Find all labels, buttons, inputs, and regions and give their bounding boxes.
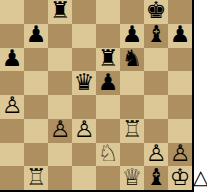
black-rook: ♜ xyxy=(98,48,119,70)
square-d6[interactable] xyxy=(72,48,96,72)
square-c1[interactable] xyxy=(48,166,72,190)
white-to-move-indicator: △ xyxy=(193,165,207,189)
square-d3[interactable]: ♙ xyxy=(72,119,96,143)
square-e4[interactable] xyxy=(96,95,120,119)
black-rook: ♜ xyxy=(50,0,71,22)
black-knight: ♞ xyxy=(122,48,143,70)
square-f1[interactable]: ♕ xyxy=(120,166,144,190)
square-h1[interactable]: ♔ xyxy=(168,166,192,190)
square-c2[interactable] xyxy=(48,143,72,167)
black-pawn: ♟ xyxy=(26,24,47,46)
white-rook: ♖ xyxy=(26,166,47,188)
black-bishop: ♝ xyxy=(146,166,167,188)
black-pawn: ♟ xyxy=(122,24,143,46)
white-pawn: ♙ xyxy=(170,143,191,165)
black-king: ♚ xyxy=(146,0,167,22)
square-g2[interactable]: ♙ xyxy=(144,143,168,167)
square-g8[interactable]: ♚ xyxy=(144,0,168,24)
square-d2[interactable] xyxy=(72,143,96,167)
square-f8[interactable] xyxy=(120,0,144,24)
square-f5[interactable] xyxy=(120,71,144,95)
square-h6[interactable] xyxy=(168,48,192,72)
black-pawn: ♟ xyxy=(98,71,119,93)
square-h4[interactable] xyxy=(168,95,192,119)
square-f6[interactable]: ♞ xyxy=(120,48,144,72)
white-rook: ♖ xyxy=(122,119,143,141)
white-pawn: ♙ xyxy=(2,95,23,117)
square-d1[interactable] xyxy=(72,166,96,190)
square-a5[interactable] xyxy=(0,71,24,95)
square-c6[interactable] xyxy=(48,48,72,72)
square-a2[interactable] xyxy=(0,143,24,167)
square-b6[interactable] xyxy=(24,48,48,72)
square-g4[interactable] xyxy=(144,95,168,119)
square-f7[interactable]: ♟ xyxy=(120,24,144,48)
square-a7[interactable] xyxy=(0,24,24,48)
square-c8[interactable]: ♜ xyxy=(48,0,72,24)
square-e6[interactable]: ♜ xyxy=(96,48,120,72)
square-d5[interactable]: ♛ xyxy=(72,71,96,95)
black-bishop: ♝ xyxy=(146,24,167,46)
square-a1[interactable] xyxy=(0,166,24,190)
square-a4[interactable]: ♙ xyxy=(0,95,24,119)
square-b4[interactable] xyxy=(24,95,48,119)
square-b8[interactable] xyxy=(24,0,48,24)
white-pawn: ♙ xyxy=(146,143,167,165)
black-pawn: ♟ xyxy=(2,48,23,70)
square-c5[interactable] xyxy=(48,71,72,95)
square-b7[interactable]: ♟ xyxy=(24,24,48,48)
black-pawn: ♟ xyxy=(170,24,191,46)
square-h7[interactable]: ♟ xyxy=(168,24,192,48)
square-a6[interactable]: ♟ xyxy=(0,48,24,72)
chess-board: ♜♚♟♟♝♟♟♜♞♛♟♙♙♙♖♘♙♙♖♕♝♔ xyxy=(0,0,194,192)
white-knight: ♘ xyxy=(98,143,119,165)
square-h2[interactable]: ♙ xyxy=(168,143,192,167)
square-g3[interactable] xyxy=(144,119,168,143)
square-e7[interactable] xyxy=(96,24,120,48)
square-c3[interactable]: ♙ xyxy=(48,119,72,143)
square-f3[interactable]: ♖ xyxy=(120,119,144,143)
square-e5[interactable]: ♟ xyxy=(96,71,120,95)
square-g5[interactable] xyxy=(144,71,168,95)
square-g1[interactable]: ♝ xyxy=(144,166,168,190)
square-h3[interactable] xyxy=(168,119,192,143)
square-e1[interactable] xyxy=(96,166,120,190)
square-c7[interactable] xyxy=(48,24,72,48)
square-d4[interactable] xyxy=(72,95,96,119)
white-pawn: ♙ xyxy=(74,119,95,141)
square-a3[interactable] xyxy=(0,119,24,143)
square-e8[interactable] xyxy=(96,0,120,24)
white-pawn: ♙ xyxy=(50,119,71,141)
square-b2[interactable] xyxy=(24,143,48,167)
square-c4[interactable] xyxy=(48,95,72,119)
square-e2[interactable]: ♘ xyxy=(96,143,120,167)
black-queen: ♛ xyxy=(74,71,95,93)
square-g7[interactable]: ♝ xyxy=(144,24,168,48)
white-king: ♔ xyxy=(170,166,191,188)
square-a8[interactable] xyxy=(0,0,24,24)
square-f2[interactable] xyxy=(120,143,144,167)
square-g6[interactable] xyxy=(144,48,168,72)
square-h8[interactable] xyxy=(168,0,192,24)
square-b3[interactable] xyxy=(24,119,48,143)
square-d7[interactable] xyxy=(72,24,96,48)
square-b5[interactable] xyxy=(24,71,48,95)
square-b1[interactable]: ♖ xyxy=(24,166,48,190)
chess-diagram: ♜♚♟♟♝♟♟♜♞♛♟♙♙♙♖♘♙♙♖♕♝♔ △ xyxy=(0,0,207,192)
square-h5[interactable] xyxy=(168,71,192,95)
square-f4[interactable] xyxy=(120,95,144,119)
square-e3[interactable] xyxy=(96,119,120,143)
square-d8[interactable] xyxy=(72,0,96,24)
white-queen: ♕ xyxy=(122,166,143,188)
